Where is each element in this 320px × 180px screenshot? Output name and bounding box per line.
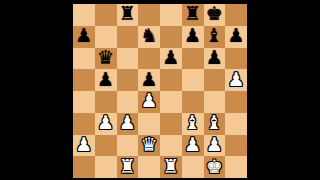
white-pawn-piece[interactable]: ♟ <box>228 70 245 89</box>
square-b4[interactable] <box>95 91 117 113</box>
square-g5[interactable] <box>204 69 226 91</box>
black-queen-piece[interactable]: ♛ <box>97 48 114 67</box>
white-queen-piece[interactable]: ♛ <box>141 135 158 154</box>
square-d1[interactable] <box>138 156 160 178</box>
black-rook-piece[interactable]: ♜ <box>184 4 201 23</box>
square-b7[interactable] <box>95 26 117 48</box>
square-e6[interactable]: ♟ <box>160 48 182 70</box>
white-pawn-piece[interactable]: ♟ <box>97 113 114 132</box>
square-c1[interactable]: ♜ <box>117 156 139 178</box>
black-rook-piece[interactable]: ♜ <box>119 4 136 23</box>
square-b5[interactable]: ♟ <box>95 69 117 91</box>
square-e3[interactable] <box>160 113 182 135</box>
square-f5[interactable] <box>182 69 204 91</box>
square-a7[interactable]: ♟ <box>73 26 95 48</box>
square-c5[interactable] <box>117 69 139 91</box>
square-h3[interactable] <box>225 113 247 135</box>
square-e5[interactable] <box>160 69 182 91</box>
square-g8[interactable]: ♚ <box>204 4 226 26</box>
chess-board: ♜♜♚♟♞♟♝♟♛♟♟♟♟♟♟♟♟♝♝♟♛♟♟♜♜♚ <box>73 4 247 178</box>
white-pawn-piece[interactable]: ♟ <box>184 135 201 154</box>
square-a8[interactable] <box>73 4 95 26</box>
square-g7[interactable]: ♝ <box>204 26 226 48</box>
black-pawn-piece[interactable]: ♟ <box>228 26 245 45</box>
square-b8[interactable] <box>95 4 117 26</box>
black-pawn-piece[interactable]: ♟ <box>75 26 92 45</box>
white-king-piece[interactable]: ♚ <box>206 157 223 176</box>
square-c7[interactable] <box>117 26 139 48</box>
square-f3[interactable]: ♝ <box>182 113 204 135</box>
black-king-piece[interactable]: ♚ <box>206 4 223 23</box>
square-b6[interactable]: ♛ <box>95 48 117 70</box>
square-h8[interactable] <box>225 4 247 26</box>
white-bishop-piece[interactable]: ♝ <box>206 113 223 132</box>
square-a2[interactable]: ♟ <box>73 135 95 157</box>
square-a1[interactable] <box>73 156 95 178</box>
square-g3[interactable]: ♝ <box>204 113 226 135</box>
square-f2[interactable]: ♟ <box>182 135 204 157</box>
square-d7[interactable]: ♞ <box>138 26 160 48</box>
black-pawn-piece[interactable]: ♟ <box>206 48 223 67</box>
square-d8[interactable] <box>138 4 160 26</box>
square-a6[interactable] <box>73 48 95 70</box>
square-a3[interactable] <box>73 113 95 135</box>
square-e2[interactable] <box>160 135 182 157</box>
letterbox-background: ♜♜♚♟♞♟♝♟♛♟♟♟♟♟♟♟♟♝♝♟♛♟♟♜♜♚ <box>0 0 320 180</box>
white-rook-piece[interactable]: ♜ <box>119 157 136 176</box>
square-h5[interactable]: ♟ <box>225 69 247 91</box>
square-c6[interactable] <box>117 48 139 70</box>
square-h7[interactable]: ♟ <box>225 26 247 48</box>
black-pawn-piece[interactable]: ♟ <box>141 70 158 89</box>
square-a5[interactable] <box>73 69 95 91</box>
square-c4[interactable] <box>117 91 139 113</box>
square-h1[interactable] <box>225 156 247 178</box>
black-pawn-piece[interactable]: ♟ <box>97 70 114 89</box>
square-g6[interactable]: ♟ <box>204 48 226 70</box>
white-pawn-piece[interactable]: ♟ <box>206 135 223 154</box>
square-e8[interactable] <box>160 4 182 26</box>
square-e7[interactable] <box>160 26 182 48</box>
square-e1[interactable]: ♜ <box>160 156 182 178</box>
square-d4[interactable]: ♟ <box>138 91 160 113</box>
square-c2[interactable] <box>117 135 139 157</box>
square-b3[interactable]: ♟ <box>95 113 117 135</box>
white-pawn-piece[interactable]: ♟ <box>141 91 158 110</box>
square-g1[interactable]: ♚ <box>204 156 226 178</box>
square-d6[interactable] <box>138 48 160 70</box>
square-b1[interactable] <box>95 156 117 178</box>
square-f7[interactable]: ♟ <box>182 26 204 48</box>
white-rook-piece[interactable]: ♜ <box>162 157 179 176</box>
square-d3[interactable] <box>138 113 160 135</box>
black-bishop-piece[interactable]: ♝ <box>206 26 223 45</box>
square-h2[interactable] <box>225 135 247 157</box>
white-pawn-piece[interactable]: ♟ <box>75 135 92 154</box>
square-c3[interactable]: ♟ <box>117 113 139 135</box>
white-pawn-piece[interactable]: ♟ <box>119 113 136 132</box>
black-pawn-piece[interactable]: ♟ <box>162 48 179 67</box>
square-h6[interactable] <box>225 48 247 70</box>
square-h4[interactable] <box>225 91 247 113</box>
square-d2[interactable]: ♛ <box>138 135 160 157</box>
white-bishop-piece[interactable]: ♝ <box>184 113 201 132</box>
square-f1[interactable] <box>182 156 204 178</box>
square-d5[interactable]: ♟ <box>138 69 160 91</box>
square-f8[interactable]: ♜ <box>182 4 204 26</box>
black-pawn-piece[interactable]: ♟ <box>184 26 201 45</box>
square-g2[interactable]: ♟ <box>204 135 226 157</box>
square-e4[interactable] <box>160 91 182 113</box>
square-f4[interactable] <box>182 91 204 113</box>
square-a4[interactable] <box>73 91 95 113</box>
square-g4[interactable] <box>204 91 226 113</box>
square-b2[interactable] <box>95 135 117 157</box>
black-knight-piece[interactable]: ♞ <box>141 26 158 45</box>
square-c8[interactable]: ♜ <box>117 4 139 26</box>
square-f6[interactable] <box>182 48 204 70</box>
